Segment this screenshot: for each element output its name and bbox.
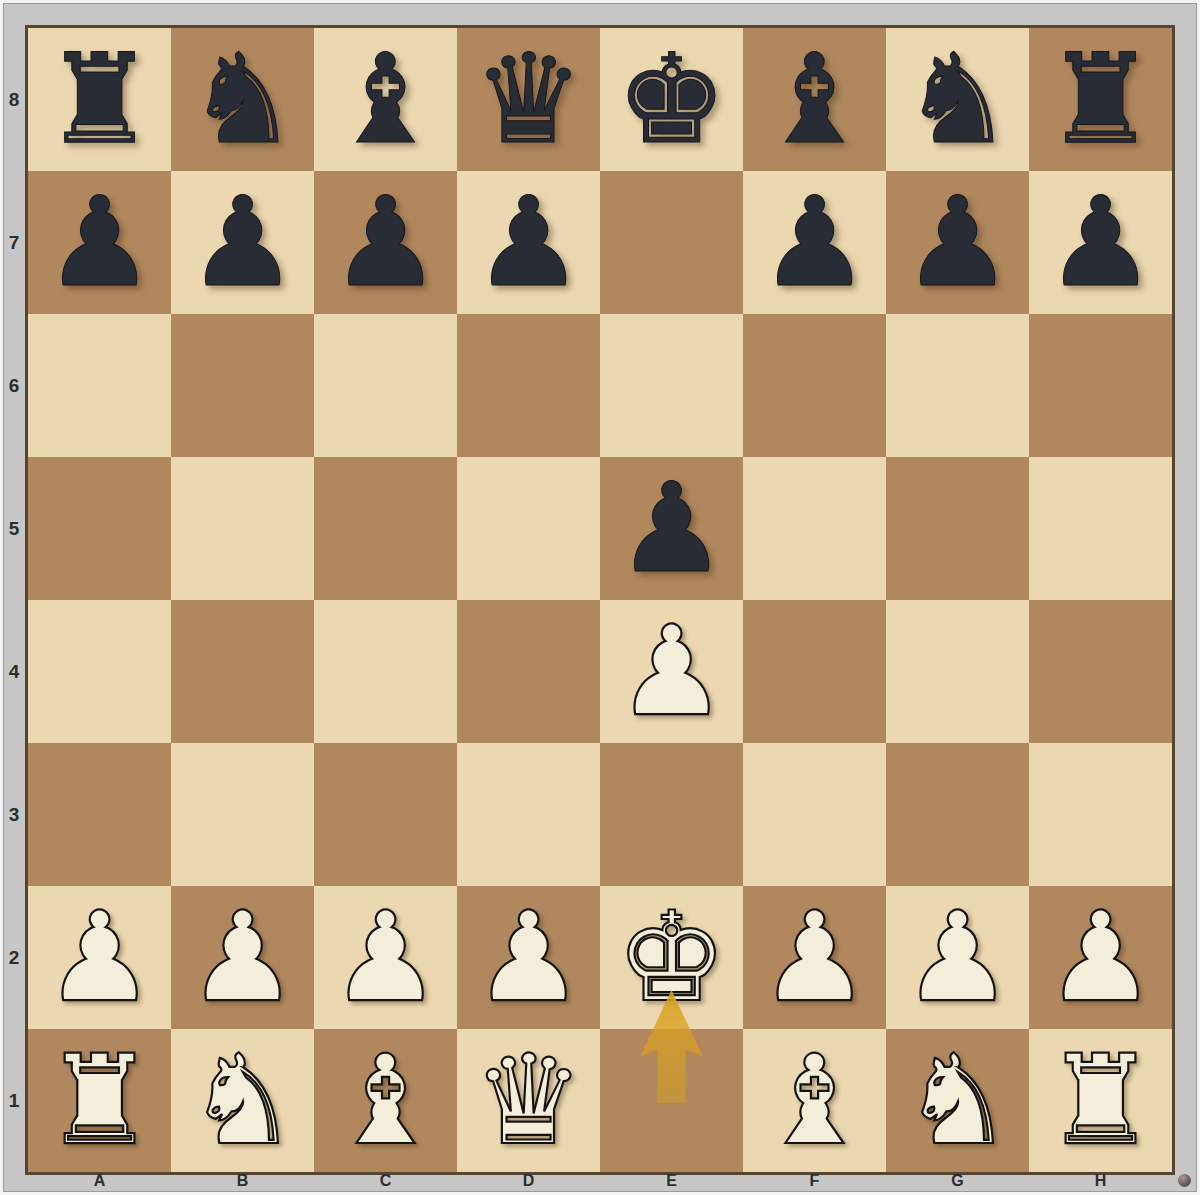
square-c7[interactable]: ♟	[314, 171, 457, 314]
square-c2[interactable]: ♟	[314, 886, 457, 1029]
piece-black-bishop-f8[interactable]: ♝	[743, 28, 886, 171]
piece-white-pawn-c2[interactable]: ♟	[314, 886, 457, 1029]
square-b7[interactable]: ♟	[171, 171, 314, 314]
square-a7[interactable]: ♟	[28, 171, 171, 314]
square-g7[interactable]: ♟	[886, 171, 1029, 314]
piece-white-king-e2[interactable]: ♚	[600, 886, 743, 1029]
square-b2[interactable]: ♟	[171, 886, 314, 1029]
square-a8[interactable]: ♜	[28, 28, 171, 171]
square-b5[interactable]	[171, 457, 314, 600]
square-e7[interactable]	[600, 171, 743, 314]
square-c1[interactable]: ♝	[314, 1029, 457, 1172]
piece-black-pawn-b7[interactable]: ♟	[171, 171, 314, 314]
square-h2[interactable]: ♟	[1029, 886, 1172, 1029]
square-b6[interactable]	[171, 314, 314, 457]
piece-white-pawn-f2[interactable]: ♟	[743, 886, 886, 1029]
square-g6[interactable]	[886, 314, 1029, 457]
square-b3[interactable]	[171, 743, 314, 886]
piece-black-knight-b8[interactable]: ♞	[171, 28, 314, 171]
square-d7[interactable]: ♟	[457, 171, 600, 314]
piece-black-queen-d8[interactable]: ♛	[457, 28, 600, 171]
piece-white-bishop-c1[interactable]: ♝	[314, 1029, 457, 1172]
rank-label-6: 6	[3, 314, 25, 457]
square-e8[interactable]: ♚	[600, 28, 743, 171]
square-g8[interactable]: ♞	[886, 28, 1029, 171]
square-d5[interactable]	[457, 457, 600, 600]
square-h4[interactable]	[1029, 600, 1172, 743]
square-a5[interactable]	[28, 457, 171, 600]
file-label-h: H	[1029, 1172, 1172, 1190]
piece-black-knight-g8[interactable]: ♞	[886, 28, 1029, 171]
square-f4[interactable]	[743, 600, 886, 743]
square-e1[interactable]	[600, 1029, 743, 1172]
piece-white-bishop-f1[interactable]: ♝	[743, 1029, 886, 1172]
piece-white-knight-b1[interactable]: ♞	[171, 1029, 314, 1172]
square-g5[interactable]	[886, 457, 1029, 600]
square-g1[interactable]: ♞	[886, 1029, 1029, 1172]
square-f1[interactable]: ♝	[743, 1029, 886, 1172]
piece-black-rook-h8[interactable]: ♜	[1029, 28, 1172, 171]
rank-label-2: 2	[3, 886, 25, 1029]
file-label-e: E	[600, 1172, 743, 1190]
square-f7[interactable]: ♟	[743, 171, 886, 314]
square-c6[interactable]	[314, 314, 457, 457]
piece-white-queen-d1[interactable]: ♛	[457, 1029, 600, 1172]
rank-label-8: 8	[3, 28, 25, 171]
square-d1[interactable]: ♛	[457, 1029, 600, 1172]
piece-black-pawn-g7[interactable]: ♟	[886, 171, 1029, 314]
rank-label-7: 7	[3, 171, 25, 314]
piece-black-pawn-a7[interactable]: ♟	[28, 171, 171, 314]
square-g3[interactable]	[886, 743, 1029, 886]
square-e6[interactable]	[600, 314, 743, 457]
square-a6[interactable]	[28, 314, 171, 457]
piece-white-pawn-a2[interactable]: ♟	[28, 886, 171, 1029]
square-h6[interactable]	[1029, 314, 1172, 457]
square-f3[interactable]	[743, 743, 886, 886]
piece-white-rook-a1[interactable]: ♜	[28, 1029, 171, 1172]
piece-white-pawn-e4[interactable]: ♟	[600, 600, 743, 743]
square-d4[interactable]	[457, 600, 600, 743]
rank-label-3: 3	[3, 743, 25, 886]
square-e4[interactable]: ♟	[600, 600, 743, 743]
square-c4[interactable]	[314, 600, 457, 743]
file-label-b: B	[171, 1172, 314, 1190]
square-f5[interactable]	[743, 457, 886, 600]
chess-board: ♜♞♝♛♚♝♞♜♟♟♟♟♟♟♟♟♟♟♟♟♟♚♟♟♟♜♞♝♛♝♞♜	[25, 25, 1175, 1175]
square-d6[interactable]	[457, 314, 600, 457]
square-g2[interactable]: ♟	[886, 886, 1029, 1029]
rank-label-1: 1	[3, 1029, 25, 1172]
square-h1[interactable]: ♜	[1029, 1029, 1172, 1172]
square-b1[interactable]: ♞	[171, 1029, 314, 1172]
piece-white-pawn-d2[interactable]: ♟	[457, 886, 600, 1029]
square-f6[interactable]	[743, 314, 886, 457]
square-d2[interactable]: ♟	[457, 886, 600, 1029]
board-frame: ♜♞♝♛♚♝♞♜♟♟♟♟♟♟♟♟♟♟♟♟♟♚♟♟♟♜♞♝♛♝♞♜ 8765432…	[0, 0, 1200, 1195]
file-label-g: G	[886, 1172, 1029, 1190]
square-h8[interactable]: ♜	[1029, 28, 1172, 171]
square-c8[interactable]: ♝	[314, 28, 457, 171]
square-c5[interactable]	[314, 457, 457, 600]
piece-white-pawn-b2[interactable]: ♟	[171, 886, 314, 1029]
piece-black-bishop-c8[interactable]: ♝	[314, 28, 457, 171]
corner-knob	[1178, 1174, 1191, 1187]
square-e2[interactable]: ♚	[600, 886, 743, 1029]
square-f8[interactable]: ♝	[743, 28, 886, 171]
file-label-d: D	[457, 1172, 600, 1190]
square-a3[interactable]	[28, 743, 171, 886]
square-e3[interactable]	[600, 743, 743, 886]
piece-black-rook-a8[interactable]: ♜	[28, 28, 171, 171]
piece-white-pawn-h2[interactable]: ♟	[1029, 886, 1172, 1029]
rank-label-4: 4	[3, 600, 25, 743]
square-d8[interactable]: ♛	[457, 28, 600, 171]
square-g4[interactable]	[886, 600, 1029, 743]
square-b8[interactable]: ♞	[171, 28, 314, 171]
piece-white-knight-g1[interactable]: ♞	[886, 1029, 1029, 1172]
file-label-c: C	[314, 1172, 457, 1190]
square-c3[interactable]	[314, 743, 457, 886]
rank-label-5: 5	[3, 457, 25, 600]
piece-black-pawn-e5[interactable]: ♟	[600, 457, 743, 600]
square-h3[interactable]	[1029, 743, 1172, 886]
piece-white-pawn-g2[interactable]: ♟	[886, 886, 1029, 1029]
square-f2[interactable]: ♟	[743, 886, 886, 1029]
file-label-a: A	[28, 1172, 171, 1190]
file-label-f: F	[743, 1172, 886, 1190]
square-b4[interactable]	[171, 600, 314, 743]
square-d3[interactable]	[457, 743, 600, 886]
piece-black-king-e8[interactable]: ♚	[600, 28, 743, 171]
piece-black-pawn-d7[interactable]: ♟	[457, 171, 600, 314]
square-a1[interactable]: ♜	[28, 1029, 171, 1172]
piece-black-pawn-c7[interactable]: ♟	[314, 171, 457, 314]
piece-white-rook-h1[interactable]: ♜	[1029, 1029, 1172, 1172]
square-e5[interactable]: ♟	[600, 457, 743, 600]
piece-black-pawn-h7[interactable]: ♟	[1029, 171, 1172, 314]
piece-black-pawn-f7[interactable]: ♟	[743, 171, 886, 314]
square-a4[interactable]	[28, 600, 171, 743]
square-a2[interactable]: ♟	[28, 886, 171, 1029]
square-h7[interactable]: ♟	[1029, 171, 1172, 314]
square-h5[interactable]	[1029, 457, 1172, 600]
